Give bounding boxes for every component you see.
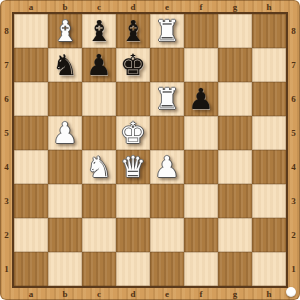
square-d4[interactable]: ♛	[116, 150, 150, 184]
square-c3[interactable]	[82, 184, 116, 218]
square-a4[interactable]	[14, 150, 48, 184]
square-e7[interactable]	[150, 48, 184, 82]
square-g2[interactable]	[218, 218, 252, 252]
square-f3[interactable]	[184, 184, 218, 218]
square-d5[interactable]: ♚	[116, 116, 150, 150]
square-g5[interactable]	[218, 116, 252, 150]
white-king[interactable]: ♚	[120, 116, 146, 150]
square-h8[interactable]	[252, 14, 286, 48]
square-b7[interactable]: ♞	[48, 48, 82, 82]
rank-label-2: 2	[287, 218, 300, 252]
square-e1[interactable]	[150, 252, 184, 286]
square-h4[interactable]	[252, 150, 286, 184]
square-b1[interactable]	[48, 252, 82, 286]
square-e3[interactable]	[150, 184, 184, 218]
white-rook[interactable]: ♜	[154, 14, 180, 48]
square-c1[interactable]	[82, 252, 116, 286]
square-g1[interactable]	[218, 252, 252, 286]
black-bishop[interactable]: ♝	[86, 14, 112, 48]
square-h5[interactable]	[252, 116, 286, 150]
black-pawn[interactable]: ♟	[188, 82, 214, 116]
square-a3[interactable]	[14, 184, 48, 218]
square-c4[interactable]: ♞	[82, 150, 116, 184]
square-e6[interactable]: ♜	[150, 82, 184, 116]
square-b8[interactable]: ♝	[48, 14, 82, 48]
square-b6[interactable]	[48, 82, 82, 116]
square-h3[interactable]	[252, 184, 286, 218]
square-g3[interactable]	[218, 184, 252, 218]
file-label-f: f	[184, 287, 218, 300]
rank-label-5: 5	[287, 116, 300, 150]
square-d8[interactable]: ♝	[116, 14, 150, 48]
square-g6[interactable]	[218, 82, 252, 116]
square-f5[interactable]	[184, 116, 218, 150]
rank-label-7: 7	[287, 48, 300, 82]
file-label-b: b	[48, 287, 82, 300]
square-a2[interactable]	[14, 218, 48, 252]
square-g8[interactable]	[218, 14, 252, 48]
square-d1[interactable]	[116, 252, 150, 286]
file-labels-bottom: abcdefgh	[14, 287, 286, 300]
rank-labels-right: 87654321	[287, 14, 300, 286]
black-pawn[interactable]: ♟	[86, 48, 112, 82]
square-f6[interactable]: ♟	[184, 82, 218, 116]
square-e2[interactable]	[150, 218, 184, 252]
square-f8[interactable]	[184, 14, 218, 48]
white-bishop[interactable]: ♝	[52, 14, 78, 48]
file-label-e: e	[150, 287, 184, 300]
square-a7[interactable]	[14, 48, 48, 82]
square-e5[interactable]	[150, 116, 184, 150]
square-c6[interactable]	[82, 82, 116, 116]
square-d7[interactable]: ♚	[116, 48, 150, 82]
black-knight[interactable]: ♞	[52, 48, 78, 82]
square-g7[interactable]	[218, 48, 252, 82]
white-to-move-indicator	[286, 287, 296, 297]
square-h2[interactable]	[252, 218, 286, 252]
black-king[interactable]: ♚	[120, 48, 146, 82]
rank-label-6: 6	[287, 82, 300, 116]
chess-board[interactable]: ♝♝♝♜♞♟♚♜♟♟♚♞♛♟	[12, 12, 288, 288]
rank-label-1: 1	[287, 252, 300, 286]
square-c2[interactable]	[82, 218, 116, 252]
white-pawn[interactable]: ♟	[52, 116, 78, 150]
rank-label-4: 4	[287, 150, 300, 184]
file-label-g: g	[218, 287, 252, 300]
file-label-a: a	[14, 287, 48, 300]
square-e4[interactable]: ♟	[150, 150, 184, 184]
square-b5[interactable]: ♟	[48, 116, 82, 150]
rank-label-3: 3	[287, 184, 300, 218]
white-rook[interactable]: ♜	[154, 82, 180, 116]
square-a6[interactable]	[14, 82, 48, 116]
square-f1[interactable]	[184, 252, 218, 286]
file-label-d: d	[116, 287, 150, 300]
square-d6[interactable]	[116, 82, 150, 116]
square-c5[interactable]	[82, 116, 116, 150]
square-f2[interactable]	[184, 218, 218, 252]
file-label-c: c	[82, 287, 116, 300]
square-a1[interactable]	[14, 252, 48, 286]
square-f7[interactable]	[184, 48, 218, 82]
square-d2[interactable]	[116, 218, 150, 252]
file-label-h: h	[252, 287, 286, 300]
square-b3[interactable]	[48, 184, 82, 218]
square-a5[interactable]	[14, 116, 48, 150]
square-h1[interactable]	[252, 252, 286, 286]
square-b2[interactable]	[48, 218, 82, 252]
square-f4[interactable]	[184, 150, 218, 184]
square-b4[interactable]	[48, 150, 82, 184]
square-a8[interactable]	[14, 14, 48, 48]
black-bishop[interactable]: ♝	[120, 14, 146, 48]
rank-label-8: 8	[287, 14, 300, 48]
square-g4[interactable]	[218, 150, 252, 184]
square-h7[interactable]	[252, 48, 286, 82]
square-c7[interactable]: ♟	[82, 48, 116, 82]
white-pawn[interactable]: ♟	[154, 150, 180, 184]
square-e8[interactable]: ♜	[150, 14, 184, 48]
chess-app: abcdefgh abcdefgh 87654321 87654321 ♝♝♝♜…	[0, 0, 300, 300]
square-c8[interactable]: ♝	[82, 14, 116, 48]
square-h6[interactable]	[252, 82, 286, 116]
square-d3[interactable]	[116, 184, 150, 218]
white-queen[interactable]: ♛	[120, 150, 146, 184]
white-knight[interactable]: ♞	[86, 150, 112, 184]
